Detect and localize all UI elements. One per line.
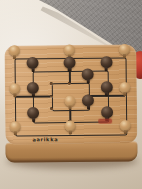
dark-peg-b4[interactable] <box>27 82 39 97</box>
light-peg-a4[interactable] <box>9 83 20 97</box>
dark-peg-b2[interactable] <box>27 107 39 122</box>
point-d3[interactable] <box>61 102 79 115</box>
light-peg-a1[interactable] <box>10 121 21 135</box>
point-g1[interactable] <box>116 127 134 140</box>
light-peg-g7[interactable] <box>119 44 130 58</box>
dark-peg-f6[interactable] <box>100 56 112 71</box>
peg-stem <box>68 105 72 109</box>
peg-stem <box>14 131 18 135</box>
board-front-edge <box>5 141 137 162</box>
brand-stamp <box>98 119 112 124</box>
point-a1[interactable] <box>6 128 24 141</box>
light-peg-d3[interactable] <box>64 95 75 109</box>
peg-stem <box>86 80 90 84</box>
point-d1[interactable] <box>61 127 79 140</box>
dark-peg-b6[interactable] <box>27 57 39 72</box>
dark-peg-e3[interactable] <box>82 94 94 109</box>
point-b2[interactable] <box>24 115 42 128</box>
light-peg-g4[interactable] <box>119 82 130 96</box>
point-a4[interactable] <box>6 90 24 103</box>
peg-stem <box>123 130 127 134</box>
dark-peg-f4[interactable] <box>100 81 112 96</box>
point-c4[interactable] <box>42 90 60 103</box>
dark-peg-d6[interactable] <box>63 56 75 71</box>
morris-lines <box>5 51 134 140</box>
peg-stem <box>32 118 36 122</box>
light-peg-g1[interactable] <box>120 120 131 134</box>
peg-stem <box>32 93 36 97</box>
peg-stem <box>13 93 17 97</box>
point-f4[interactable] <box>97 89 115 102</box>
peg-stem <box>69 130 73 134</box>
peg-stem <box>87 105 91 109</box>
peg-stem <box>104 67 108 71</box>
point-g4[interactable] <box>116 89 134 102</box>
point-d6[interactable] <box>60 64 78 77</box>
point-a7[interactable] <box>5 52 23 65</box>
peg-stem <box>13 55 17 59</box>
point-f6[interactable] <box>97 64 115 77</box>
hole-c4[interactable] <box>50 95 53 98</box>
brand-label: aarikka <box>32 136 58 142</box>
peg-stem <box>31 68 35 72</box>
point-b4[interactable] <box>24 90 42 103</box>
point-c3[interactable] <box>43 102 61 115</box>
scene: aarikka <box>0 0 142 189</box>
point-g7[interactable] <box>115 51 133 64</box>
game-board: aarikka <box>4 44 137 164</box>
points-grid <box>5 51 134 140</box>
peg-stem <box>123 54 127 58</box>
light-peg-d1[interactable] <box>65 120 76 134</box>
point-d5[interactable] <box>61 77 79 90</box>
point-e3[interactable] <box>79 102 97 115</box>
dark-peg-e5[interactable] <box>82 69 94 84</box>
peg-stem <box>105 92 109 96</box>
hole-c5[interactable] <box>50 82 53 85</box>
hole-c3[interactable] <box>50 107 53 110</box>
peg-stem <box>68 67 72 71</box>
point-c5[interactable] <box>42 77 60 90</box>
point-b6[interactable] <box>24 65 42 78</box>
light-peg-a7[interactable] <box>9 45 20 59</box>
board-surface: aarikka <box>4 44 137 144</box>
peg-stem <box>123 92 127 96</box>
point-e5[interactable] <box>79 77 97 90</box>
hole-d5[interactable] <box>68 82 71 85</box>
